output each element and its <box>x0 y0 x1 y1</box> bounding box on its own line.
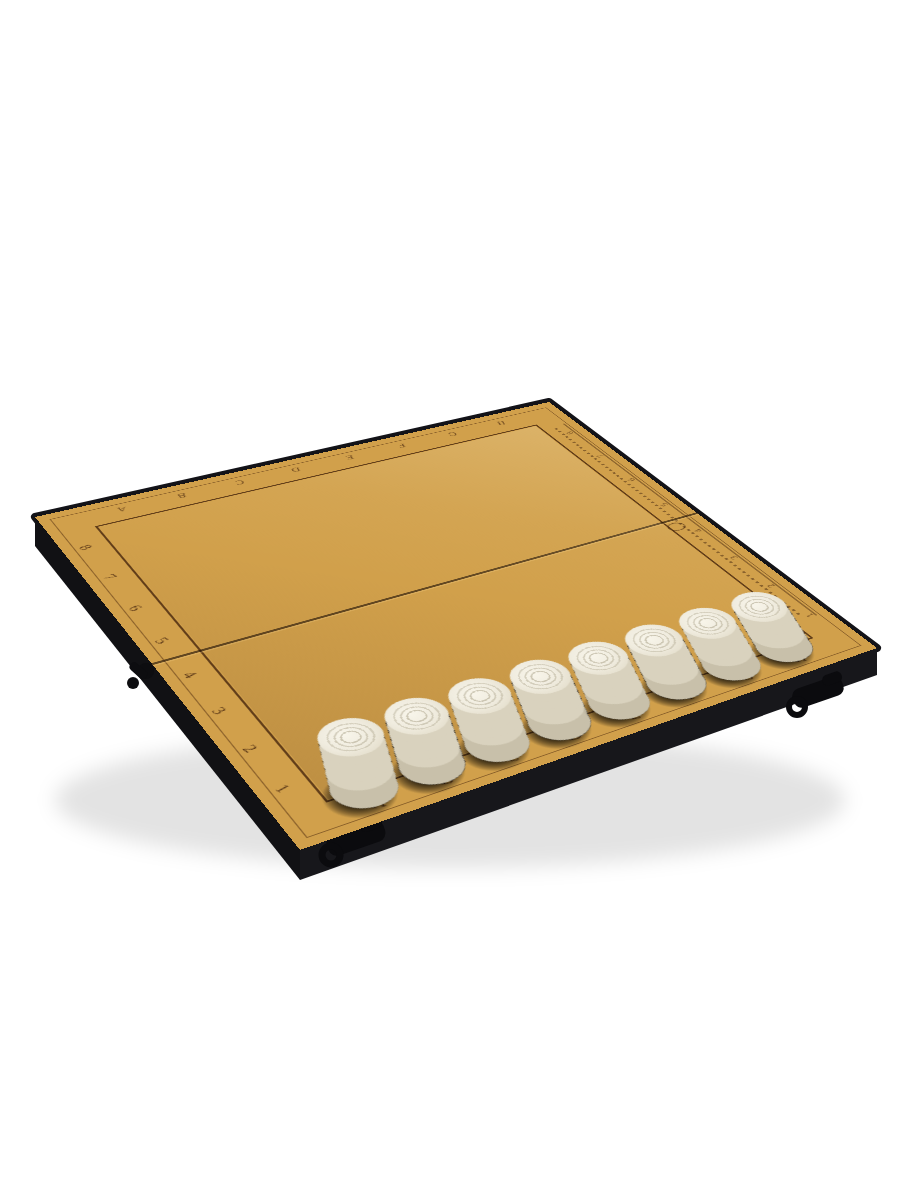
rank-label-left-1: 1 <box>270 782 294 796</box>
rank-label-left-8: 8 <box>75 543 96 552</box>
rank-label-left-4: 4 <box>178 669 201 681</box>
file-label-top-e: E <box>344 454 355 461</box>
file-label-top-a: A <box>115 505 127 514</box>
square-f2[interactable] <box>647 673 703 692</box>
file-label-top-c: C <box>234 478 246 486</box>
rank-label-right-6: 6 <box>625 477 637 482</box>
rank-label-right-5: 5 <box>658 502 670 508</box>
rank-label-right-1: 1 <box>803 612 816 619</box>
square-e1[interactable] <box>589 692 647 712</box>
rank-label-left-5: 5 <box>150 635 172 646</box>
square-b2[interactable] <box>398 753 465 775</box>
rank-label-left-6: 6 <box>124 603 146 613</box>
square-d2[interactable] <box>528 711 589 732</box>
rank-label-right-8: 8 <box>564 430 576 435</box>
rank-label-left-3: 3 <box>207 705 230 717</box>
file-label-top-g: G <box>446 430 458 437</box>
rank-label-right-3: 3 <box>727 554 739 560</box>
file-label-top-h: H <box>495 419 507 426</box>
square-a1[interactable] <box>328 776 398 799</box>
square-c1[interactable] <box>464 732 528 753</box>
file-label-top-d: D <box>289 466 301 474</box>
square-h2[interactable] <box>757 637 809 654</box>
rank-label-right-2: 2 <box>764 582 777 589</box>
rank-label-left-7: 7 <box>99 572 121 582</box>
product-photo: { "game": "checkers (Russian draughts) o… <box>0 0 900 1200</box>
rank-label-right-7: 7 <box>594 453 606 458</box>
rank-label-right-4: 4 <box>692 528 704 534</box>
file-label-top-f: F <box>396 442 406 449</box>
file-label-top-b: B <box>176 491 187 499</box>
square-g1[interactable] <box>703 655 757 673</box>
rank-label-left-2: 2 <box>238 742 262 755</box>
